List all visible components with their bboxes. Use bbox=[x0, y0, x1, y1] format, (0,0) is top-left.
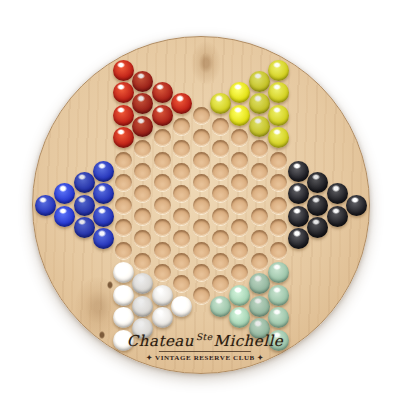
marble-blue[interactable] bbox=[93, 206, 114, 227]
board-hole[interactable] bbox=[270, 197, 287, 214]
marble-green[interactable] bbox=[210, 296, 231, 317]
marble-red[interactable] bbox=[113, 127, 134, 148]
marble-yellow[interactable] bbox=[229, 105, 250, 126]
board-hole[interactable] bbox=[251, 140, 268, 157]
board-hole[interactable] bbox=[193, 107, 210, 124]
marble-yellow[interactable] bbox=[249, 71, 270, 92]
marble-red[interactable] bbox=[113, 105, 134, 126]
board-hole[interactable] bbox=[270, 152, 287, 169]
marble-yellow[interactable] bbox=[268, 60, 289, 81]
marble-red[interactable] bbox=[152, 82, 173, 103]
marble-black[interactable] bbox=[288, 228, 309, 249]
board-hole[interactable] bbox=[134, 163, 151, 180]
board-hole[interactable] bbox=[193, 219, 210, 236]
board-hole[interactable] bbox=[115, 219, 132, 236]
marble-blue[interactable] bbox=[74, 195, 95, 216]
board-hole[interactable] bbox=[193, 152, 210, 169]
brand-prefix: Chateau bbox=[127, 332, 194, 350]
chinese-checkers-board: ChateauSteMichelle ✦ VINTAGE RESERVE CLU… bbox=[32, 36, 370, 374]
marble-blue[interactable] bbox=[93, 161, 114, 182]
board-hole[interactable] bbox=[173, 140, 190, 157]
marble-white[interactable] bbox=[132, 296, 153, 317]
marble-white[interactable] bbox=[113, 262, 134, 283]
marble-black[interactable] bbox=[327, 183, 348, 204]
board-hole[interactable] bbox=[134, 140, 151, 157]
board-hole[interactable] bbox=[193, 264, 210, 281]
board-hole[interactable] bbox=[154, 174, 171, 191]
board-hole[interactable] bbox=[193, 174, 210, 191]
board-hole[interactable] bbox=[193, 287, 210, 304]
marble-green[interactable] bbox=[249, 273, 270, 294]
board-hole[interactable] bbox=[212, 275, 229, 292]
board-hole[interactable] bbox=[154, 242, 171, 259]
board-hole[interactable] bbox=[154, 264, 171, 281]
marble-black[interactable] bbox=[327, 206, 348, 227]
marble-black[interactable] bbox=[288, 206, 309, 227]
board-hole[interactable] bbox=[115, 174, 132, 191]
board-hole[interactable] bbox=[173, 230, 190, 247]
board-hole[interactable] bbox=[231, 174, 248, 191]
board-hole[interactable] bbox=[173, 185, 190, 202]
marble-yellow[interactable] bbox=[268, 82, 289, 103]
marble-yellow[interactable] bbox=[210, 93, 231, 114]
marble-red[interactable] bbox=[152, 105, 173, 126]
board-hole[interactable] bbox=[251, 208, 268, 225]
marble-black[interactable] bbox=[288, 183, 309, 204]
wood-knot bbox=[191, 41, 221, 85]
screenshot: ChateauSteMichelle ✦ VINTAGE RESERVE CLU… bbox=[0, 0, 400, 400]
marble-green[interactable] bbox=[249, 296, 270, 317]
board-hole[interactable] bbox=[154, 129, 171, 146]
board-hole[interactable] bbox=[270, 242, 287, 259]
marble-blue[interactable] bbox=[74, 172, 95, 193]
board-hole[interactable] bbox=[154, 219, 171, 236]
marble-red[interactable] bbox=[171, 93, 192, 114]
board-hole[interactable] bbox=[154, 152, 171, 169]
board-hole[interactable] bbox=[231, 129, 248, 146]
marble-white[interactable] bbox=[113, 285, 134, 306]
brand-script: ChateauSteMichelle bbox=[127, 329, 283, 349]
board-hole[interactable] bbox=[231, 152, 248, 169]
board-hole[interactable] bbox=[212, 208, 229, 225]
board-hole[interactable] bbox=[270, 219, 287, 236]
board-hole[interactable] bbox=[193, 242, 210, 259]
marble-red[interactable] bbox=[132, 116, 153, 137]
marble-black[interactable] bbox=[307, 217, 328, 238]
brand-suffix: Michelle bbox=[214, 332, 284, 350]
brand-tagline: ✦ VINTAGE RESERVE CLUB ✦ bbox=[127, 354, 283, 362]
board-hole[interactable] bbox=[212, 118, 229, 135]
board-hole[interactable] bbox=[212, 163, 229, 180]
board-hole[interactable] bbox=[231, 264, 248, 281]
board-hole[interactable] bbox=[193, 129, 210, 146]
board-hole[interactable] bbox=[173, 163, 190, 180]
marble-blue[interactable] bbox=[35, 195, 56, 216]
logo-rule bbox=[159, 351, 251, 352]
marble-blue[interactable] bbox=[93, 228, 114, 249]
board-hole[interactable] bbox=[115, 197, 132, 214]
marble-blue[interactable] bbox=[74, 217, 95, 238]
board-hole[interactable] bbox=[251, 230, 268, 247]
marble-yellow[interactable] bbox=[249, 93, 270, 114]
board-hole[interactable] bbox=[212, 230, 229, 247]
board-hole[interactable] bbox=[212, 140, 229, 157]
marble-white[interactable] bbox=[152, 285, 173, 306]
board-hole[interactable] bbox=[231, 197, 248, 214]
marble-green[interactable] bbox=[229, 285, 250, 306]
board-hole[interactable] bbox=[134, 253, 151, 270]
board-hole[interactable] bbox=[212, 185, 229, 202]
board-hole[interactable] bbox=[231, 242, 248, 259]
marble-white[interactable] bbox=[152, 307, 173, 328]
marble-green[interactable] bbox=[268, 262, 289, 283]
board-hole[interactable] bbox=[231, 219, 248, 236]
wood-knot bbox=[99, 331, 105, 339]
marble-black[interactable] bbox=[307, 172, 328, 193]
wood-knot bbox=[107, 281, 113, 289]
marble-green[interactable] bbox=[229, 307, 250, 328]
board-hole[interactable] bbox=[173, 253, 190, 270]
wood-knot bbox=[75, 277, 121, 337]
brand-sup: Ste bbox=[196, 332, 213, 342]
board-hole[interactable] bbox=[270, 174, 287, 191]
board-hole[interactable] bbox=[154, 197, 171, 214]
marble-yellow[interactable] bbox=[249, 116, 270, 137]
marble-blue[interactable] bbox=[54, 183, 75, 204]
marble-white[interactable] bbox=[171, 296, 192, 317]
marble-black[interactable] bbox=[307, 195, 328, 216]
board-hole[interactable] bbox=[251, 185, 268, 202]
board-hole[interactable] bbox=[251, 163, 268, 180]
board-hole[interactable] bbox=[251, 253, 268, 270]
marble-red[interactable] bbox=[132, 93, 153, 114]
marble-green[interactable] bbox=[268, 307, 289, 328]
marble-red[interactable] bbox=[113, 60, 134, 81]
board-hole[interactable] bbox=[134, 208, 151, 225]
marble-yellow[interactable] bbox=[268, 105, 289, 126]
marble-blue[interactable] bbox=[54, 206, 75, 227]
marble-yellow[interactable] bbox=[268, 127, 289, 148]
board-hole[interactable] bbox=[173, 118, 190, 135]
board-hole[interactable] bbox=[212, 253, 229, 270]
board-hole[interactable] bbox=[134, 185, 151, 202]
board-hole[interactable] bbox=[134, 230, 151, 247]
marble-black[interactable] bbox=[346, 195, 367, 216]
marble-white[interactable] bbox=[113, 307, 134, 328]
marble-green[interactable] bbox=[268, 285, 289, 306]
board-hole[interactable] bbox=[115, 242, 132, 259]
board-hole[interactable] bbox=[115, 152, 132, 169]
marble-black[interactable] bbox=[288, 161, 309, 182]
board-hole[interactable] bbox=[193, 197, 210, 214]
marble-white[interactable] bbox=[132, 273, 153, 294]
marble-yellow[interactable] bbox=[229, 82, 250, 103]
board-hole[interactable] bbox=[173, 275, 190, 292]
marble-red[interactable] bbox=[113, 82, 134, 103]
logo: ChateauSteMichelle ✦ VINTAGE RESERVE CLU… bbox=[127, 329, 283, 362]
board-hole[interactable] bbox=[173, 208, 190, 225]
marble-blue[interactable] bbox=[93, 183, 114, 204]
marble-red[interactable] bbox=[132, 71, 153, 92]
